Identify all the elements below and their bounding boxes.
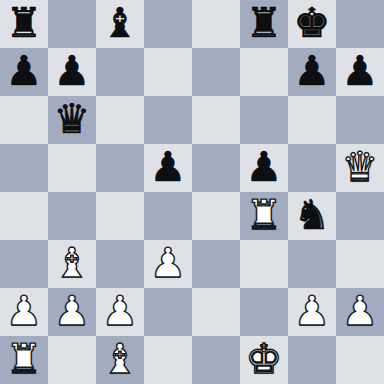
- square-h1[interactable]: [336, 336, 384, 384]
- black-pawn[interactable]: ♟: [294, 47, 331, 95]
- black-rook[interactable]: ♜: [246, 0, 283, 47]
- chess-board-container: ♜♝♜♚♟♟♟♟♛♟♟♛♜♞♝♟♟♟♟♟♟♜♝♚: [0, 0, 384, 384]
- square-h7[interactable]: ♟: [336, 48, 384, 96]
- square-f1[interactable]: ♚: [240, 336, 288, 384]
- square-d2[interactable]: [144, 288, 192, 336]
- square-c4[interactable]: [96, 192, 144, 240]
- square-b5[interactable]: [48, 144, 96, 192]
- square-e5[interactable]: [192, 144, 240, 192]
- square-b6[interactable]: ♛: [48, 96, 96, 144]
- square-h5[interactable]: ♛: [336, 144, 384, 192]
- black-pawn[interactable]: ♟: [54, 47, 91, 95]
- square-c2[interactable]: ♟: [96, 288, 144, 336]
- square-b7[interactable]: ♟: [48, 48, 96, 96]
- square-f8[interactable]: ♜: [240, 0, 288, 48]
- square-a8[interactable]: ♜: [0, 0, 48, 48]
- square-a4[interactable]: [0, 192, 48, 240]
- square-d1[interactable]: [144, 336, 192, 384]
- square-b2[interactable]: ♟: [48, 288, 96, 336]
- square-h6[interactable]: [336, 96, 384, 144]
- black-pawn[interactable]: ♟: [150, 143, 187, 191]
- chess-board: ♜♝♜♚♟♟♟♟♛♟♟♛♜♞♝♟♟♟♟♟♟♜♝♚: [0, 0, 384, 384]
- white-pawn[interactable]: ♟: [6, 287, 43, 335]
- square-e2[interactable]: [192, 288, 240, 336]
- square-f5[interactable]: ♟: [240, 144, 288, 192]
- square-g7[interactable]: ♟: [288, 48, 336, 96]
- square-a2[interactable]: ♟: [0, 288, 48, 336]
- square-g4[interactable]: ♞: [288, 192, 336, 240]
- white-rook[interactable]: ♜: [246, 191, 283, 239]
- square-g6[interactable]: [288, 96, 336, 144]
- square-f3[interactable]: [240, 240, 288, 288]
- square-h4[interactable]: [336, 192, 384, 240]
- square-f2[interactable]: [240, 288, 288, 336]
- black-queen[interactable]: ♛: [54, 95, 91, 143]
- white-bishop[interactable]: ♝: [102, 335, 139, 383]
- black-bishop[interactable]: ♝: [102, 0, 139, 47]
- white-bishop[interactable]: ♝: [54, 239, 91, 287]
- square-g8[interactable]: ♚: [288, 0, 336, 48]
- white-pawn[interactable]: ♟: [342, 287, 379, 335]
- square-d7[interactable]: [144, 48, 192, 96]
- square-d6[interactable]: [144, 96, 192, 144]
- white-pawn[interactable]: ♟: [150, 239, 187, 287]
- square-d3[interactable]: ♟: [144, 240, 192, 288]
- square-d8[interactable]: [144, 0, 192, 48]
- black-pawn[interactable]: ♟: [342, 47, 379, 95]
- square-a5[interactable]: [0, 144, 48, 192]
- square-c3[interactable]: [96, 240, 144, 288]
- white-pawn[interactable]: ♟: [294, 287, 331, 335]
- square-e1[interactable]: [192, 336, 240, 384]
- square-a3[interactable]: [0, 240, 48, 288]
- square-e3[interactable]: [192, 240, 240, 288]
- square-a1[interactable]: ♜: [0, 336, 48, 384]
- square-b3[interactable]: ♝: [48, 240, 96, 288]
- square-e6[interactable]: [192, 96, 240, 144]
- black-rook[interactable]: ♜: [6, 0, 43, 47]
- square-f4[interactable]: ♜: [240, 192, 288, 240]
- square-h2[interactable]: ♟: [336, 288, 384, 336]
- square-c6[interactable]: [96, 96, 144, 144]
- square-a7[interactable]: ♟: [0, 48, 48, 96]
- square-c8[interactable]: ♝: [96, 0, 144, 48]
- square-g5[interactable]: [288, 144, 336, 192]
- square-c5[interactable]: [96, 144, 144, 192]
- square-e8[interactable]: [192, 0, 240, 48]
- square-c1[interactable]: ♝: [96, 336, 144, 384]
- square-c7[interactable]: [96, 48, 144, 96]
- square-f7[interactable]: [240, 48, 288, 96]
- black-king[interactable]: ♚: [294, 0, 331, 47]
- white-pawn[interactable]: ♟: [102, 287, 139, 335]
- square-d4[interactable]: [144, 192, 192, 240]
- square-f6[interactable]: [240, 96, 288, 144]
- square-h3[interactable]: [336, 240, 384, 288]
- square-b1[interactable]: [48, 336, 96, 384]
- square-a6[interactable]: [0, 96, 48, 144]
- square-b4[interactable]: [48, 192, 96, 240]
- square-g2[interactable]: ♟: [288, 288, 336, 336]
- black-pawn[interactable]: ♟: [6, 47, 43, 95]
- square-h8[interactable]: [336, 0, 384, 48]
- white-rook[interactable]: ♜: [6, 335, 43, 383]
- square-b8[interactable]: [48, 0, 96, 48]
- white-queen[interactable]: ♛: [342, 143, 379, 191]
- square-e7[interactable]: [192, 48, 240, 96]
- black-pawn[interactable]: ♟: [246, 143, 283, 191]
- black-knight[interactable]: ♞: [294, 191, 331, 239]
- square-g1[interactable]: [288, 336, 336, 384]
- white-pawn[interactable]: ♟: [54, 287, 91, 335]
- square-e4[interactable]: [192, 192, 240, 240]
- white-king[interactable]: ♚: [246, 335, 283, 383]
- square-g3[interactable]: [288, 240, 336, 288]
- square-d5[interactable]: ♟: [144, 144, 192, 192]
